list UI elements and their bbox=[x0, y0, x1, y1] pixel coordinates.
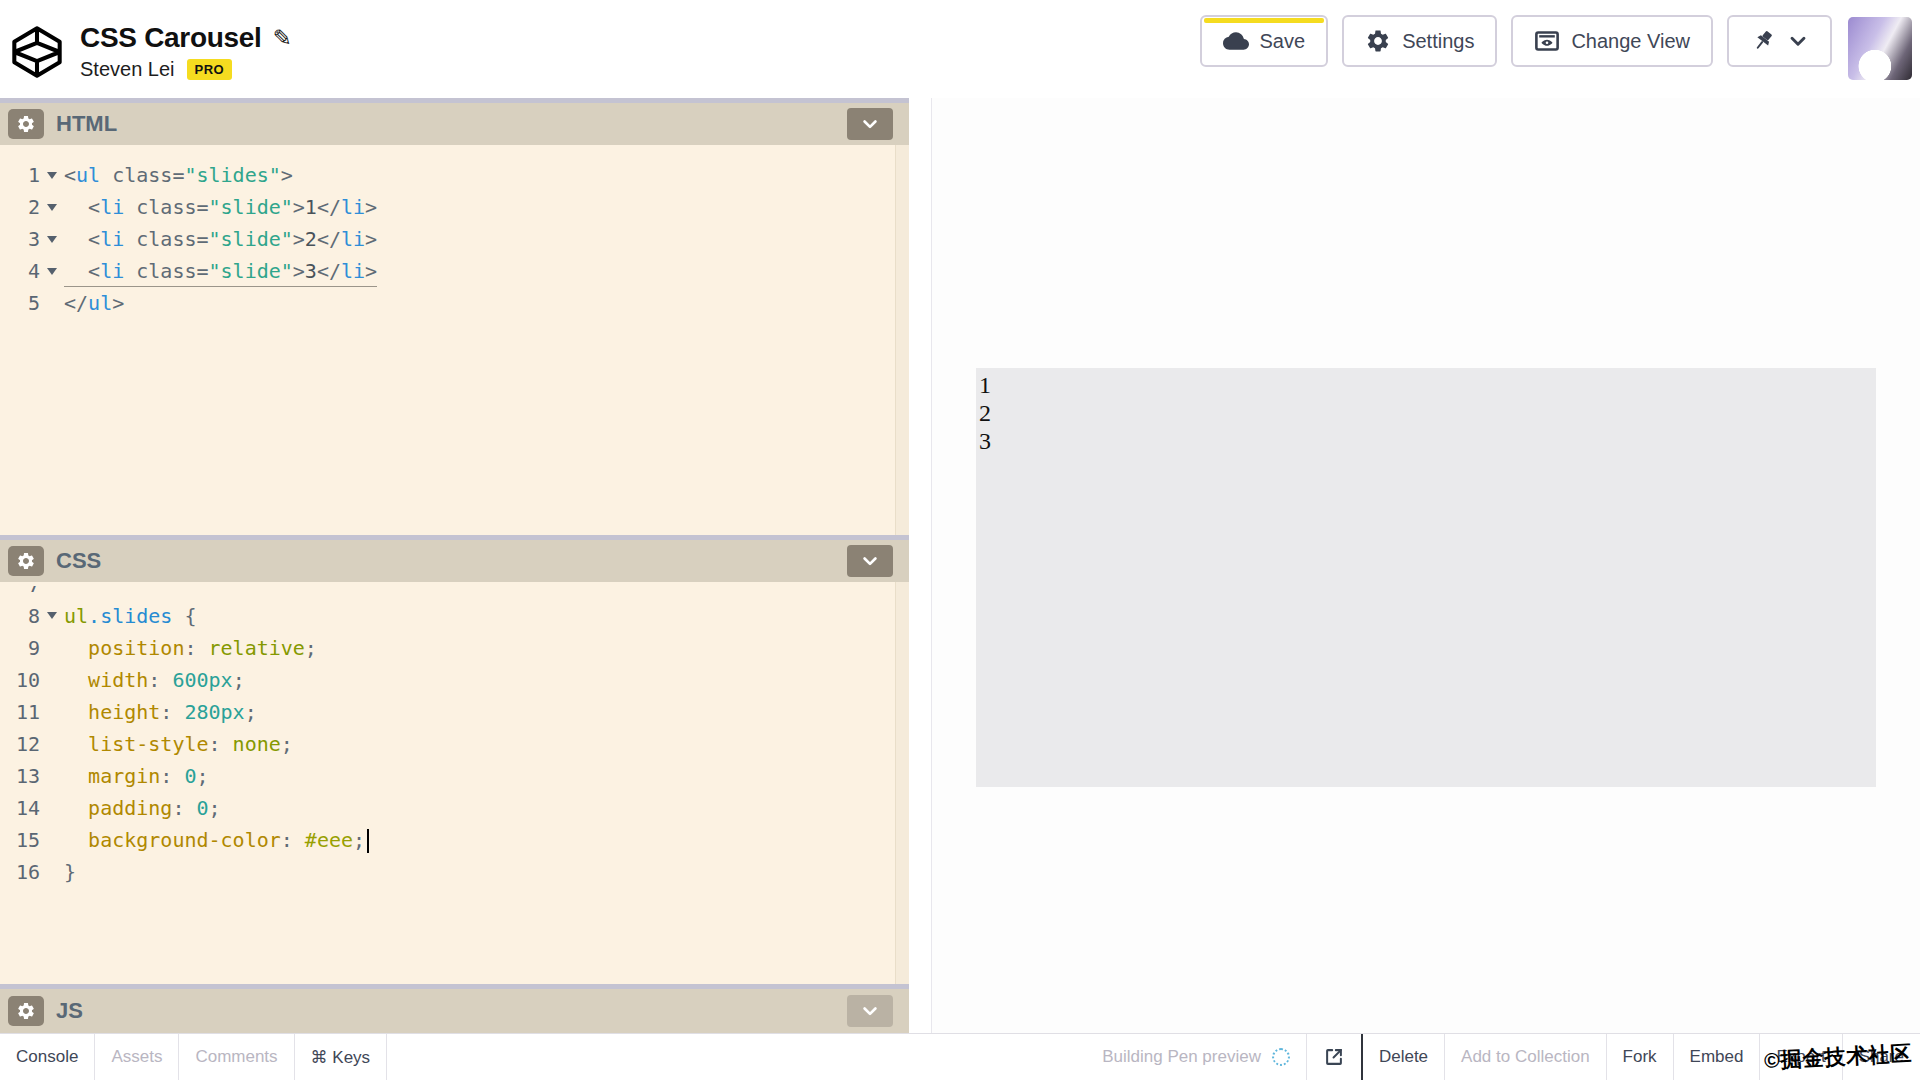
save-accent-bar bbox=[1204, 18, 1325, 23]
preview-pane: 123 bbox=[931, 98, 1920, 1033]
code-line: 13 margin: 0; bbox=[0, 760, 909, 792]
css-code-editor[interactable]: 78ul.slides {9 position: relative;10 wid… bbox=[0, 582, 909, 985]
pin-button[interactable] bbox=[1727, 15, 1832, 67]
clipped-line-number: 7 bbox=[0, 586, 40, 600]
code-line: 2 <li class="slide">1</li> bbox=[0, 191, 909, 223]
code-text: <li class="slide">3</li> bbox=[64, 255, 377, 287]
change-view-label: Change View bbox=[1571, 30, 1690, 53]
code-line: 3 <li class="slide">2</li> bbox=[0, 223, 909, 255]
line-number: 9 bbox=[0, 632, 40, 664]
line-number: 12 bbox=[0, 728, 40, 760]
html-settings-gear-icon[interactable] bbox=[8, 109, 44, 139]
code-line: 5</ul> bbox=[0, 287, 909, 319]
code-line: 16} bbox=[0, 856, 909, 888]
pen-titles: CSS Carousel ✎ Steven Lei PRO bbox=[80, 22, 292, 81]
fork-button[interactable]: Fork bbox=[1606, 1034, 1673, 1080]
header-actions: SaveSettingsChange View bbox=[1200, 15, 1832, 67]
preview-slide-label: 2 bbox=[976, 399, 1876, 427]
css-settings-gear-icon[interactable] bbox=[8, 546, 44, 576]
change-view-button[interactable]: Change View bbox=[1511, 15, 1713, 67]
fold-gutter bbox=[40, 856, 64, 888]
chevron-down-icon bbox=[1787, 30, 1809, 52]
code-text: width: 600px; bbox=[64, 664, 245, 696]
code-text: list-style: none; bbox=[64, 728, 293, 760]
gear-icon bbox=[1365, 28, 1391, 54]
code-text: </ul> bbox=[64, 287, 124, 319]
code-line: 15 background-color: #eee; bbox=[0, 824, 909, 856]
code-line: 12 list-style: none; bbox=[0, 728, 909, 760]
code-line: 8ul.slides { bbox=[0, 600, 909, 632]
view-icon bbox=[1534, 28, 1560, 54]
share-button[interactable]: Share bbox=[1842, 1034, 1920, 1080]
line-number: 5 bbox=[0, 287, 40, 319]
code-text: } bbox=[64, 856, 76, 888]
fold-arrow-icon[interactable] bbox=[40, 255, 64, 287]
code-text: <li class="slide">2</li> bbox=[64, 223, 377, 255]
fold-gutter bbox=[40, 632, 64, 664]
fold-arrow-icon[interactable] bbox=[40, 223, 64, 255]
code-text: <li class="slide">1</li> bbox=[64, 191, 377, 223]
line-number: 8 bbox=[0, 600, 40, 632]
fold-arrow-icon[interactable] bbox=[40, 191, 64, 223]
page-title: CSS Carousel bbox=[80, 22, 262, 54]
assets-button[interactable]: Assets bbox=[95, 1034, 179, 1080]
preview-slides-box: 123 bbox=[976, 368, 1876, 787]
preview-slide-label: 1 bbox=[976, 371, 1876, 399]
build-status-text: Building Pen preview bbox=[1102, 1047, 1261, 1067]
build-status: Building Pen preview bbox=[1086, 1034, 1306, 1080]
delete-button[interactable]: Delete bbox=[1361, 1034, 1444, 1080]
cloud-icon bbox=[1223, 28, 1249, 54]
app-header: CSS Carousel ✎ Steven Lei PRO SaveSettin… bbox=[0, 0, 1920, 98]
footer-bar: ConsoleAssetsComments⌘ Keys Building Pen… bbox=[0, 1033, 1920, 1080]
pro-badge: PRO bbox=[187, 59, 233, 80]
embed-button[interactable]: Embed bbox=[1673, 1034, 1760, 1080]
html-collapse-button[interactable] bbox=[847, 108, 893, 140]
fold-gutter bbox=[40, 664, 64, 696]
code-line: 1<ul class="slides"> bbox=[0, 159, 909, 191]
line-number: 2 bbox=[0, 191, 40, 223]
code-text: height: 280px; bbox=[64, 696, 257, 728]
code-line: 14 padding: 0; bbox=[0, 792, 909, 824]
editor-preview-splitter[interactable] bbox=[909, 98, 931, 1033]
settings-button[interactable]: Settings bbox=[1342, 15, 1497, 67]
pen-author[interactable]: Steven Lei bbox=[80, 58, 175, 81]
html-panel-header: HTML bbox=[0, 103, 909, 145]
editor-column: HTML1<ul class="slides">2 <li class="sli… bbox=[0, 98, 909, 1033]
line-number: 4 bbox=[0, 255, 40, 287]
pencil-icon[interactable]: ✎ bbox=[273, 27, 292, 50]
workspace: HTML1<ul class="slides">2 <li class="sli… bbox=[0, 98, 1920, 1033]
add-to-collection-button[interactable]: Add to Collection bbox=[1444, 1034, 1606, 1080]
pin-icon bbox=[1750, 28, 1776, 54]
js-panel-title: JS bbox=[56, 998, 83, 1024]
save-button[interactable]: Save bbox=[1200, 15, 1329, 67]
css-panel-title: CSS bbox=[56, 548, 101, 574]
open-preview-external-button[interactable] bbox=[1306, 1034, 1361, 1080]
fold-gutter bbox=[40, 287, 64, 319]
line-number: 15 bbox=[0, 824, 40, 856]
html-panel-title: HTML bbox=[56, 111, 117, 137]
css-collapse-button[interactable] bbox=[847, 545, 893, 577]
export-button[interactable]: Export bbox=[1759, 1034, 1841, 1080]
brand: CSS Carousel ✎ Steven Lei PRO bbox=[10, 22, 292, 81]
comments-button[interactable]: Comments bbox=[179, 1034, 294, 1080]
html-code-editor[interactable]: 1<ul class="slides">2 <li class="slide">… bbox=[0, 145, 909, 535]
code-text: ul.slides { bbox=[64, 600, 196, 632]
code-text: padding: 0; bbox=[64, 792, 221, 824]
css-panel-header: CSS bbox=[0, 540, 909, 582]
external-link-icon bbox=[1323, 1046, 1345, 1068]
settings-label: Settings bbox=[1402, 30, 1474, 53]
line-number: 10 bbox=[0, 664, 40, 696]
fold-gutter bbox=[40, 824, 64, 856]
console-button[interactable]: Console bbox=[0, 1034, 95, 1080]
code-text: <ul class="slides"> bbox=[64, 159, 293, 191]
codepen-logo-icon[interactable] bbox=[10, 24, 64, 80]
fold-gutter bbox=[40, 792, 64, 824]
text-cursor bbox=[367, 829, 369, 853]
code-text: position: relative; bbox=[64, 632, 317, 664]
line-number: 3 bbox=[0, 223, 40, 255]
code-line: 10 width: 600px; bbox=[0, 664, 909, 696]
save-label: Save bbox=[1260, 30, 1306, 53]
code-text: margin: 0; bbox=[64, 760, 209, 792]
code-line: 9 position: relative; bbox=[0, 632, 909, 664]
code-text: background-color: #eee; bbox=[64, 824, 369, 856]
fold-gutter bbox=[40, 696, 64, 728]
line-number: 13 bbox=[0, 760, 40, 792]
codepen-editor: CSS Carousel ✎ Steven Lei PRO SaveSettin… bbox=[0, 0, 1920, 1080]
code-line: 4 <li class="slide">3</li> bbox=[0, 255, 909, 287]
preview-slide-label: 3 bbox=[976, 427, 1876, 455]
fold-gutter bbox=[40, 728, 64, 760]
js-settings-gear-icon[interactable] bbox=[8, 996, 44, 1026]
js-panel-header: JS bbox=[0, 989, 909, 1033]
fold-arrow-icon[interactable] bbox=[40, 600, 64, 632]
spinner-icon bbox=[1272, 1048, 1290, 1066]
line-number: 14 bbox=[0, 792, 40, 824]
avatar[interactable] bbox=[1848, 17, 1912, 80]
fold-gutter bbox=[40, 760, 64, 792]
code-line: 11 height: 280px; bbox=[0, 696, 909, 728]
keys-button[interactable]: ⌘ Keys bbox=[295, 1034, 388, 1080]
line-number: 11 bbox=[0, 696, 40, 728]
fold-arrow-icon[interactable] bbox=[40, 159, 64, 191]
js-collapse-button[interactable] bbox=[847, 995, 893, 1027]
line-number: 16 bbox=[0, 856, 40, 888]
line-number: 1 bbox=[0, 159, 40, 191]
